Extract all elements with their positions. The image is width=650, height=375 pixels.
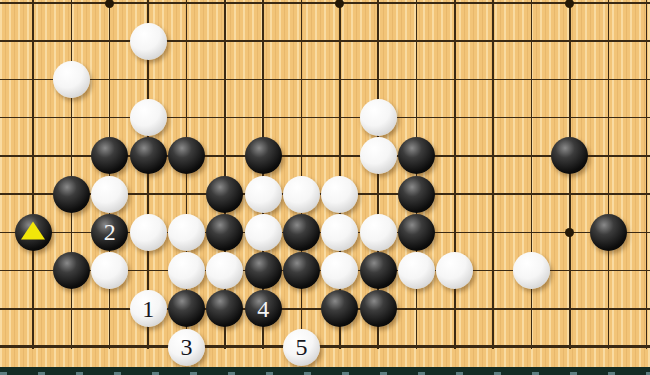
stone-white[interactable]	[360, 214, 397, 251]
stone-white[interactable]	[321, 176, 358, 213]
move-number-label: 1	[142, 297, 154, 321]
stone-black-move-4[interactable]: 4	[245, 290, 282, 327]
stone-white[interactable]	[91, 176, 128, 213]
stone-black[interactable]	[398, 176, 435, 213]
triangle-mark-icon	[21, 222, 45, 240]
stone-white[interactable]	[206, 252, 243, 289]
stone-white[interactable]	[321, 252, 358, 289]
stone-black[interactable]	[590, 214, 627, 251]
stone-black[interactable]	[130, 137, 167, 174]
stone-white[interactable]	[130, 99, 167, 136]
stone-black-marked[interactable]	[15, 214, 52, 251]
move-number-label: 2	[104, 220, 116, 244]
stone-white[interactable]	[360, 99, 397, 136]
stone-white[interactable]	[398, 252, 435, 289]
stone-white[interactable]	[513, 252, 550, 289]
stone-white[interactable]	[130, 214, 167, 251]
stone-black[interactable]	[321, 290, 358, 327]
stone-white-move-3[interactable]: 3	[168, 329, 205, 366]
stone-white[interactable]	[245, 176, 282, 213]
move-number-label: 5	[296, 335, 308, 359]
stone-white-move-5[interactable]: 5	[283, 329, 320, 366]
stone-black[interactable]	[551, 137, 588, 174]
stones-grid: 21435	[14, 0, 650, 366]
stone-black[interactable]	[53, 252, 90, 289]
stone-black[interactable]	[206, 214, 243, 251]
stone-black[interactable]	[206, 290, 243, 327]
stone-white[interactable]	[91, 252, 128, 289]
stone-black[interactable]	[398, 137, 435, 174]
stone-white[interactable]	[321, 214, 358, 251]
stone-black[interactable]	[360, 290, 397, 327]
stone-white[interactable]	[130, 23, 167, 60]
stone-black[interactable]	[245, 252, 282, 289]
stone-white[interactable]	[168, 214, 205, 251]
stone-white-move-1[interactable]: 1	[130, 290, 167, 327]
stone-black[interactable]	[245, 137, 282, 174]
stone-black[interactable]	[53, 176, 90, 213]
stone-white[interactable]	[283, 176, 320, 213]
stone-white[interactable]	[245, 214, 282, 251]
move-number-label: 3	[181, 335, 193, 359]
stone-black[interactable]	[283, 252, 320, 289]
stone-white[interactable]	[360, 137, 397, 174]
table-edge-band	[0, 367, 650, 375]
stone-black[interactable]	[91, 137, 128, 174]
stone-black[interactable]	[360, 252, 397, 289]
stone-black[interactable]	[398, 214, 435, 251]
stone-black[interactable]	[168, 290, 205, 327]
stone-black[interactable]	[283, 214, 320, 251]
go-board[interactable]: 21435	[0, 0, 650, 375]
stone-white[interactable]	[168, 252, 205, 289]
stone-black[interactable]	[168, 137, 205, 174]
stone-white[interactable]	[53, 61, 90, 98]
stone-black-move-2[interactable]: 2	[91, 214, 128, 251]
stone-white[interactable]	[436, 252, 473, 289]
move-number-label: 4	[257, 297, 269, 321]
stone-black[interactable]	[206, 176, 243, 213]
